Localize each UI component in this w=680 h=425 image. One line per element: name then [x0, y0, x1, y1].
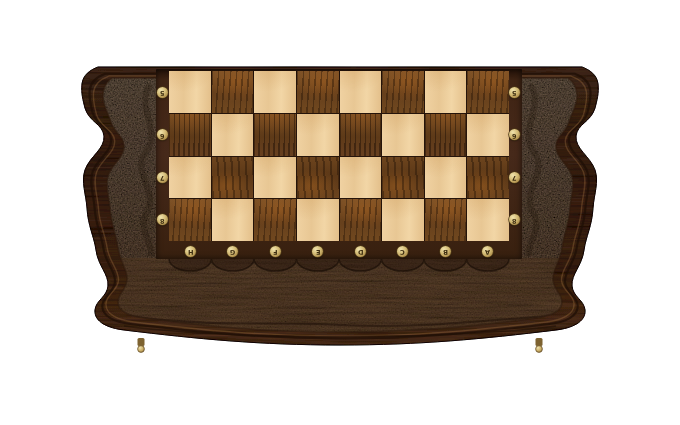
square-f5[interactable] — [254, 71, 296, 113]
file-label-a: A — [482, 246, 493, 257]
square-h5[interactable] — [169, 71, 211, 113]
square-d5[interactable] — [340, 71, 382, 113]
square-a8[interactable] — [467, 199, 509, 241]
rank-label-right-5: 5 — [509, 87, 520, 98]
square-a5[interactable] — [467, 71, 509, 113]
square-b7[interactable] — [425, 157, 467, 199]
file-label-c: C — [397, 246, 408, 257]
file-label-e: E — [312, 246, 323, 257]
rank-label-right-7: 7 — [509, 172, 520, 183]
rank-label-left-6: 6 — [157, 129, 168, 140]
square-g7[interactable] — [212, 157, 254, 199]
square-e7[interactable] — [297, 157, 339, 199]
square-e8[interactable] — [297, 199, 339, 241]
rank-label-right-6: 6 — [509, 129, 520, 140]
square-f8[interactable] — [254, 199, 296, 241]
square-a6[interactable] — [467, 114, 509, 156]
hinge-left — [138, 338, 145, 352]
square-e6[interactable] — [297, 114, 339, 156]
file-label-f: F — [270, 246, 281, 257]
square-f7[interactable] — [254, 157, 296, 199]
square-h8[interactable] — [169, 199, 211, 241]
square-g5[interactable] — [212, 71, 254, 113]
square-d6[interactable] — [340, 114, 382, 156]
square-d8[interactable] — [340, 199, 382, 241]
square-b6[interactable] — [425, 114, 467, 156]
square-f6[interactable] — [254, 114, 296, 156]
square-c6[interactable] — [382, 114, 424, 156]
rank-label-left-5: 5 — [157, 87, 168, 98]
file-label-h: H — [185, 246, 196, 257]
file-label-b: B — [440, 246, 451, 257]
square-b8[interactable] — [425, 199, 467, 241]
square-b5[interactable] — [425, 71, 467, 113]
square-d7[interactable] — [340, 157, 382, 199]
square-g8[interactable] — [212, 199, 254, 241]
square-h6[interactable] — [169, 114, 211, 156]
square-g6[interactable] — [212, 114, 254, 156]
board-frame — [156, 69, 522, 259]
square-h7[interactable] — [169, 157, 211, 199]
square-c8[interactable] — [382, 199, 424, 241]
file-label-g: G — [227, 246, 238, 257]
rank-label-left-8: 8 — [157, 214, 168, 225]
stage: HGFEDCBA55667788 — [0, 0, 680, 425]
square-a7[interactable] — [467, 157, 509, 199]
rank-label-left-7: 7 — [157, 172, 168, 183]
chessboard — [169, 71, 509, 241]
file-label-d: D — [355, 246, 366, 257]
square-c7[interactable] — [382, 157, 424, 199]
square-c5[interactable] — [382, 71, 424, 113]
hinge-right — [536, 338, 543, 352]
rank-label-right-8: 8 — [509, 214, 520, 225]
square-e5[interactable] — [297, 71, 339, 113]
